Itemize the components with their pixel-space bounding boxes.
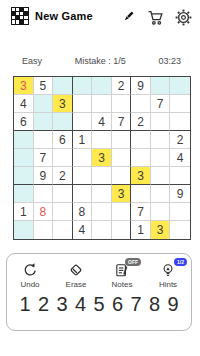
erase-label: Erase [66, 280, 87, 289]
numpad-2[interactable]: 2 [36, 293, 52, 316]
cell-r6c5[interactable] [92, 167, 112, 185]
cell-r2c3[interactable]: 3 [53, 95, 73, 113]
cell-r3c4[interactable] [73, 113, 93, 131]
cell-r5c9[interactable]: 4 [170, 149, 190, 167]
cell-r4c5[interactable] [92, 131, 112, 149]
hints-label: Hints [159, 280, 177, 289]
eraser-icon [68, 262, 84, 278]
cell-r8c1[interactable]: 1 [14, 203, 34, 221]
cell-r3c3[interactable] [53, 113, 73, 131]
cell-r6c2[interactable]: 9 [34, 167, 54, 185]
cell-r6c3[interactable]: 2 [53, 167, 73, 185]
cell-r7c3[interactable] [53, 185, 73, 203]
new-game-button[interactable]: New Game [11, 7, 93, 25]
cell-r4c4[interactable]: 1 [73, 131, 93, 149]
cell-r7c7[interactable] [131, 185, 151, 203]
sudoku-grid-logo [11, 7, 29, 25]
cell-r3c5[interactable]: 4 [92, 113, 112, 131]
numpad-6[interactable]: 6 [110, 293, 126, 316]
cell-r6c7[interactable]: 3 [131, 167, 151, 185]
cell-r4c3[interactable]: 6 [53, 131, 73, 149]
cell-r1c3[interactable] [53, 77, 73, 95]
hints-badge: 1/2 [174, 258, 187, 266]
undo-button[interactable]: Undo [13, 262, 47, 289]
cell-r8c4[interactable]: 8 [73, 203, 93, 221]
erase-button[interactable]: Erase [59, 262, 93, 289]
hint-bulb-icon [160, 262, 176, 278]
cell-r4c9[interactable]: 2 [170, 131, 190, 149]
cell-r3c7[interactable]: 2 [131, 113, 151, 131]
cell-r6c4[interactable] [73, 167, 93, 185]
cell-r1c9[interactable] [170, 77, 190, 95]
controls-card: Undo Erase OFF Notes [6, 253, 192, 331]
cell-r4c6[interactable] [112, 131, 132, 149]
timer: 03:23 [158, 56, 181, 66]
cell-r8c9[interactable] [170, 203, 190, 221]
cell-r7c6[interactable]: 3 [112, 185, 132, 203]
undo-icon [22, 262, 38, 278]
cell-r2c6[interactable] [112, 95, 132, 113]
cell-r5c4[interactable] [73, 149, 93, 167]
cell-r3c2[interactable] [34, 113, 54, 131]
cart-icon[interactable] [147, 9, 164, 26]
numpad: 123456789 [7, 289, 191, 316]
cell-r2c8[interactable]: 7 [151, 95, 171, 113]
cell-r9c6[interactable] [112, 221, 132, 239]
cell-r1c8[interactable] [151, 77, 171, 95]
cell-r1c2[interactable]: 5 [34, 77, 54, 95]
numpad-8[interactable]: 8 [147, 293, 163, 316]
cell-r5c2[interactable]: 7 [34, 149, 54, 167]
cell-r4c1[interactable] [14, 131, 34, 149]
cell-r4c7[interactable] [131, 131, 151, 149]
cell-r4c2[interactable] [34, 131, 54, 149]
page-title: New Game [35, 10, 93, 22]
cell-r4c8[interactable] [151, 131, 171, 149]
numpad-7[interactable]: 7 [128, 293, 144, 316]
notes-button[interactable]: OFF Notes [105, 262, 139, 289]
cell-r5c6[interactable] [112, 149, 132, 167]
cell-r7c4[interactable] [73, 185, 93, 203]
cell-r2c1[interactable]: 4 [14, 95, 34, 113]
numpad-3[interactable]: 3 [54, 293, 70, 316]
toolbar: Undo Erase OFF Notes [7, 254, 191, 289]
cell-r3c8[interactable] [151, 113, 171, 131]
hints-button[interactable]: 1/2 Hints [151, 262, 185, 289]
notes-badge: OFF [125, 258, 141, 266]
cell-r8c7[interactable]: 7 [131, 203, 151, 221]
cell-r1c5[interactable] [92, 77, 112, 95]
cell-r5c5[interactable]: 3 [92, 149, 112, 167]
numpad-1[interactable]: 1 [17, 293, 33, 316]
cell-r6c8[interactable] [151, 167, 171, 185]
cell-r6c1[interactable] [14, 167, 34, 185]
difficulty-label: Easy [22, 56, 42, 66]
cell-r3c9[interactable] [170, 113, 190, 131]
cell-r9c3[interactable] [53, 221, 73, 239]
cell-r5c8[interactable] [151, 149, 171, 167]
cell-r7c8[interactable] [151, 185, 171, 203]
cell-r3c1[interactable]: 6 [14, 113, 34, 131]
brush-icon[interactable] [119, 9, 136, 26]
cell-r7c5[interactable] [92, 185, 112, 203]
cell-r1c6[interactable]: 2 [112, 77, 132, 95]
cell-r8c5[interactable] [92, 203, 112, 221]
cell-r9c8[interactable]: 3 [151, 221, 171, 239]
status-bar: Easy Mistake : 1/5 03:23 [0, 56, 200, 66]
mistakes-counter: Mistake : 1/5 [75, 56, 126, 66]
cell-r5c7[interactable] [131, 149, 151, 167]
cell-r8c3[interactable] [53, 203, 73, 221]
cell-r2c7[interactable] [131, 95, 151, 113]
cell-r1c4[interactable] [73, 77, 93, 95]
numpad-4[interactable]: 4 [73, 293, 89, 316]
cell-r8c8[interactable] [151, 203, 171, 221]
cell-r8c2[interactable]: 8 [34, 203, 54, 221]
cell-r2c9[interactable] [170, 95, 190, 113]
cell-r7c2[interactable] [34, 185, 54, 203]
numpad-9[interactable]: 9 [165, 293, 181, 316]
sudoku-board: 35294376472612734923391887413 [13, 76, 191, 240]
cell-r7c1[interactable] [14, 185, 34, 203]
numpad-5[interactable]: 5 [91, 293, 107, 316]
header: New Game [0, 0, 200, 34]
cell-r7c9[interactable]: 9 [170, 185, 190, 203]
cell-r2c4[interactable] [73, 95, 93, 113]
cell-r9c2[interactable] [34, 221, 54, 239]
cell-r2c5[interactable] [92, 95, 112, 113]
cell-r6c6[interactable] [112, 167, 132, 185]
cell-r9c1[interactable] [14, 221, 34, 239]
undo-label: Undo [20, 280, 39, 289]
cell-r6c9[interactable] [170, 167, 190, 185]
cell-r5c3[interactable] [53, 149, 73, 167]
cell-r9c5[interactable] [92, 221, 112, 239]
settings-icon[interactable] [175, 9, 192, 26]
cell-r2c2[interactable] [34, 95, 54, 113]
notes-label: Notes [112, 280, 133, 289]
cell-r8c6[interactable] [112, 203, 132, 221]
cell-r9c4[interactable]: 4 [73, 221, 93, 239]
cell-r3c6[interactable]: 7 [112, 113, 132, 131]
cell-r1c1[interactable]: 3 [14, 77, 34, 95]
cell-r5c1[interactable] [14, 149, 34, 167]
cell-r9c9[interactable] [170, 221, 190, 239]
cell-r9c7[interactable]: 1 [131, 221, 151, 239]
cell-r1c7[interactable]: 9 [131, 77, 151, 95]
